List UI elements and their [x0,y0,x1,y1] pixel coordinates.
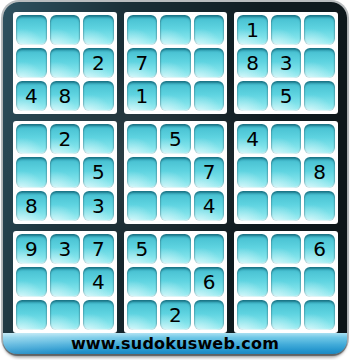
cell-r9c8[interactable] [271,300,302,330]
box-1-2: 71 [124,12,228,114]
cell-r1c8[interactable] [271,15,302,45]
cell-r3c3[interactable] [83,81,114,111]
cell-r2c3[interactable]: 2 [83,48,114,78]
cell-r2c9[interactable] [304,48,335,78]
cell-r1c6[interactable] [194,15,225,45]
cell-r4c6[interactable] [194,124,225,154]
cell-r8c2[interactable] [50,267,81,297]
board-frame: 24871183525835744893745626 www.sudokuswe… [3,2,347,354]
box-3-3: 6 [234,231,338,333]
cell-r5c2[interactable] [50,157,81,187]
cell-r6c6[interactable]: 4 [194,191,225,221]
cell-r5c3[interactable]: 5 [83,157,114,187]
sudoku-board: 24871183525835744893745626 [13,12,338,333]
cell-r5c5[interactable] [160,157,191,187]
cell-r8c3[interactable]: 4 [83,267,114,297]
cell-r3c4[interactable]: 1 [127,81,158,111]
cell-r6c1[interactable]: 8 [16,191,47,221]
cell-r5c4[interactable] [127,157,158,187]
cell-r2c5[interactable] [160,48,191,78]
cell-r8c6[interactable]: 6 [194,267,225,297]
cell-r3c6[interactable] [194,81,225,111]
cell-r1c1[interactable] [16,15,47,45]
cell-r3c5[interactable] [160,81,191,111]
cell-r7c1[interactable]: 9 [16,234,47,264]
cell-r3c9[interactable] [304,81,335,111]
cell-r4c3[interactable] [83,124,114,154]
sudoku-page: 24871183525835744893745626 www.sudokuswe… [0,0,350,360]
cell-r6c8[interactable] [271,191,302,221]
cell-r6c9[interactable] [304,191,335,221]
cell-r4c5[interactable]: 5 [160,124,191,154]
cell-r5c9[interactable]: 8 [304,157,335,187]
cell-r9c2[interactable] [50,300,81,330]
cell-r3c8[interactable]: 5 [271,81,302,111]
cell-r6c5[interactable] [160,191,191,221]
cell-r8c5[interactable] [160,267,191,297]
box-1-3: 1835 [234,12,338,114]
cell-r8c1[interactable] [16,267,47,297]
cell-r6c2[interactable] [50,191,81,221]
cell-r3c2[interactable]: 8 [50,81,81,111]
cell-r8c8[interactable] [271,267,302,297]
box-2-3: 48 [234,121,338,223]
box-2-2: 574 [124,121,228,223]
cell-r4c1[interactable] [16,124,47,154]
cell-r9c3[interactable] [83,300,114,330]
cell-r2c1[interactable] [16,48,47,78]
cell-r3c1[interactable]: 4 [16,81,47,111]
cell-r7c2[interactable]: 3 [50,234,81,264]
box-2-1: 2583 [13,121,117,223]
cell-r9c6[interactable] [194,300,225,330]
cell-r9c4[interactable] [127,300,158,330]
cell-r9c7[interactable] [237,300,268,330]
box-3-2: 562 [124,231,228,333]
cell-r7c3[interactable]: 7 [83,234,114,264]
cell-r1c2[interactable] [50,15,81,45]
cell-r5c6[interactable]: 7 [194,157,225,187]
cell-r1c5[interactable] [160,15,191,45]
site-url[interactable]: www.sudokusweb.com [71,334,279,353]
cell-r2c2[interactable] [50,48,81,78]
cell-r5c7[interactable] [237,157,268,187]
cell-r2c4[interactable]: 7 [127,48,158,78]
cell-r6c3[interactable]: 3 [83,191,114,221]
cell-r7c4[interactable]: 5 [127,234,158,264]
cell-r9c9[interactable] [304,300,335,330]
cell-r6c4[interactable] [127,191,158,221]
cell-r9c1[interactable] [16,300,47,330]
cell-r8c9[interactable] [304,267,335,297]
cell-r1c4[interactable] [127,15,158,45]
cell-r4c7[interactable]: 4 [237,124,268,154]
cell-r7c5[interactable] [160,234,191,264]
cell-r4c4[interactable] [127,124,158,154]
cell-r7c6[interactable] [194,234,225,264]
cell-r1c3[interactable] [83,15,114,45]
cell-r2c8[interactable]: 3 [271,48,302,78]
cell-r4c9[interactable] [304,124,335,154]
cell-r9c5[interactable]: 2 [160,300,191,330]
cell-r3c7[interactable] [237,81,268,111]
cell-r4c2[interactable]: 2 [50,124,81,154]
footer-bar: www.sudokusweb.com [3,333,347,354]
cell-r6c7[interactable] [237,191,268,221]
cell-r5c1[interactable] [16,157,47,187]
cell-r4c8[interactable] [271,124,302,154]
cell-r7c7[interactable] [237,234,268,264]
cell-r7c8[interactable] [271,234,302,264]
cell-r2c6[interactable] [194,48,225,78]
cell-r8c4[interactable] [127,267,158,297]
cell-r1c9[interactable] [304,15,335,45]
cell-r7c9[interactable]: 6 [304,234,335,264]
box-3-1: 9374 [13,231,117,333]
cell-r8c7[interactable] [237,267,268,297]
cell-r1c7[interactable]: 1 [237,15,268,45]
cell-r5c8[interactable] [271,157,302,187]
cell-r2c7[interactable]: 8 [237,48,268,78]
box-1-1: 248 [13,12,117,114]
